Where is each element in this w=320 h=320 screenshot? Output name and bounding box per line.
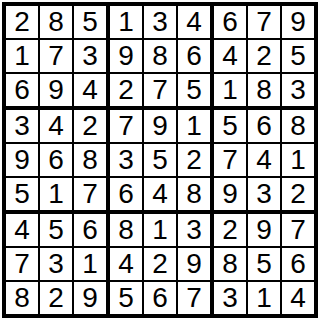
cell-r6c9[interactable]: 2 bbox=[282, 178, 314, 210]
cell-r6c6[interactable]: 8 bbox=[178, 178, 210, 210]
cell-r8c8[interactable]: 5 bbox=[248, 248, 280, 280]
cell-r8c7[interactable]: 8 bbox=[214, 248, 246, 280]
cell-r5c3[interactable]: 8 bbox=[74, 144, 106, 176]
sudoku-board: 2851346791739864256942751833427915689683… bbox=[2, 2, 318, 318]
cell-r8c9[interactable]: 6 bbox=[282, 248, 314, 280]
cell-r6c3[interactable]: 7 bbox=[74, 178, 106, 210]
cell-r5c1[interactable]: 9 bbox=[6, 144, 38, 176]
cell-r7c6[interactable]: 3 bbox=[178, 214, 210, 246]
cell-r5c9[interactable]: 1 bbox=[282, 144, 314, 176]
cell-r5c4[interactable]: 3 bbox=[110, 144, 142, 176]
cell-r3c4[interactable]: 2 bbox=[110, 74, 142, 106]
cell-r8c5[interactable]: 2 bbox=[144, 248, 176, 280]
cell-r5c6[interactable]: 2 bbox=[178, 144, 210, 176]
cell-r8c6[interactable]: 9 bbox=[178, 248, 210, 280]
cell-r1c6[interactable]: 4 bbox=[178, 6, 210, 38]
cell-r2c3[interactable]: 3 bbox=[74, 40, 106, 72]
cell-r4c6[interactable]: 1 bbox=[178, 110, 210, 142]
cell-r9c1[interactable]: 8 bbox=[6, 282, 38, 314]
cell-r3c7[interactable]: 1 bbox=[214, 74, 246, 106]
cell-r4c5[interactable]: 9 bbox=[144, 110, 176, 142]
cell-r7c7[interactable]: 2 bbox=[214, 214, 246, 246]
cell-r9c9[interactable]: 4 bbox=[282, 282, 314, 314]
cell-r7c2[interactable]: 5 bbox=[40, 214, 72, 246]
cell-r6c1[interactable]: 5 bbox=[6, 178, 38, 210]
cell-r3c2[interactable]: 9 bbox=[40, 74, 72, 106]
cell-r7c4[interactable]: 8 bbox=[110, 214, 142, 246]
cell-r9c2[interactable]: 2 bbox=[40, 282, 72, 314]
cell-r9c3[interactable]: 9 bbox=[74, 282, 106, 314]
cell-r1c8[interactable]: 7 bbox=[248, 6, 280, 38]
cell-r5c8[interactable]: 4 bbox=[248, 144, 280, 176]
cell-r6c2[interactable]: 1 bbox=[40, 178, 72, 210]
cell-r7c9[interactable]: 7 bbox=[282, 214, 314, 246]
cell-r3c9[interactable]: 3 bbox=[282, 74, 314, 106]
cell-r8c1[interactable]: 7 bbox=[6, 248, 38, 280]
cell-r9c8[interactable]: 1 bbox=[248, 282, 280, 314]
cell-r4c3[interactable]: 2 bbox=[74, 110, 106, 142]
cell-r4c1[interactable]: 3 bbox=[6, 110, 38, 142]
cell-r2c1[interactable]: 1 bbox=[6, 40, 38, 72]
cell-r1c4[interactable]: 1 bbox=[110, 6, 142, 38]
cell-r2c8[interactable]: 2 bbox=[248, 40, 280, 72]
cell-r1c5[interactable]: 3 bbox=[144, 6, 176, 38]
cell-r7c8[interactable]: 9 bbox=[248, 214, 280, 246]
cell-r1c7[interactable]: 6 bbox=[214, 6, 246, 38]
cell-r9c5[interactable]: 6 bbox=[144, 282, 176, 314]
cell-r9c6[interactable]: 7 bbox=[178, 282, 210, 314]
cell-r2c2[interactable]: 7 bbox=[40, 40, 72, 72]
cell-r5c7[interactable]: 7 bbox=[214, 144, 246, 176]
cell-r2c4[interactable]: 9 bbox=[110, 40, 142, 72]
cell-r4c8[interactable]: 6 bbox=[248, 110, 280, 142]
cell-r7c5[interactable]: 1 bbox=[144, 214, 176, 246]
cell-r6c5[interactable]: 4 bbox=[144, 178, 176, 210]
cell-r8c3[interactable]: 1 bbox=[74, 248, 106, 280]
cell-r9c7[interactable]: 3 bbox=[214, 282, 246, 314]
cell-r6c7[interactable]: 9 bbox=[214, 178, 246, 210]
cell-r1c3[interactable]: 5 bbox=[74, 6, 106, 38]
cell-r8c2[interactable]: 3 bbox=[40, 248, 72, 280]
cell-r3c5[interactable]: 7 bbox=[144, 74, 176, 106]
cell-r5c5[interactable]: 5 bbox=[144, 144, 176, 176]
cell-r4c4[interactable]: 7 bbox=[110, 110, 142, 142]
cell-r2c6[interactable]: 6 bbox=[178, 40, 210, 72]
cell-r7c3[interactable]: 6 bbox=[74, 214, 106, 246]
cell-r1c2[interactable]: 8 bbox=[40, 6, 72, 38]
cell-r2c9[interactable]: 5 bbox=[282, 40, 314, 72]
cell-r2c7[interactable]: 4 bbox=[214, 40, 246, 72]
cell-r6c4[interactable]: 6 bbox=[110, 178, 142, 210]
cell-r4c9[interactable]: 8 bbox=[282, 110, 314, 142]
cell-r4c2[interactable]: 4 bbox=[40, 110, 72, 142]
cell-r6c8[interactable]: 3 bbox=[248, 178, 280, 210]
cell-r7c1[interactable]: 4 bbox=[6, 214, 38, 246]
cell-r3c6[interactable]: 5 bbox=[178, 74, 210, 106]
cell-r5c2[interactable]: 6 bbox=[40, 144, 72, 176]
cell-r3c1[interactable]: 6 bbox=[6, 74, 38, 106]
cell-r1c1[interactable]: 2 bbox=[6, 6, 38, 38]
cell-r1c9[interactable]: 9 bbox=[282, 6, 314, 38]
cell-r9c4[interactable]: 5 bbox=[110, 282, 142, 314]
cell-r3c3[interactable]: 4 bbox=[74, 74, 106, 106]
cell-r2c5[interactable]: 8 bbox=[144, 40, 176, 72]
cell-r3c8[interactable]: 8 bbox=[248, 74, 280, 106]
cell-r4c7[interactable]: 5 bbox=[214, 110, 246, 142]
cell-r8c4[interactable]: 4 bbox=[110, 248, 142, 280]
